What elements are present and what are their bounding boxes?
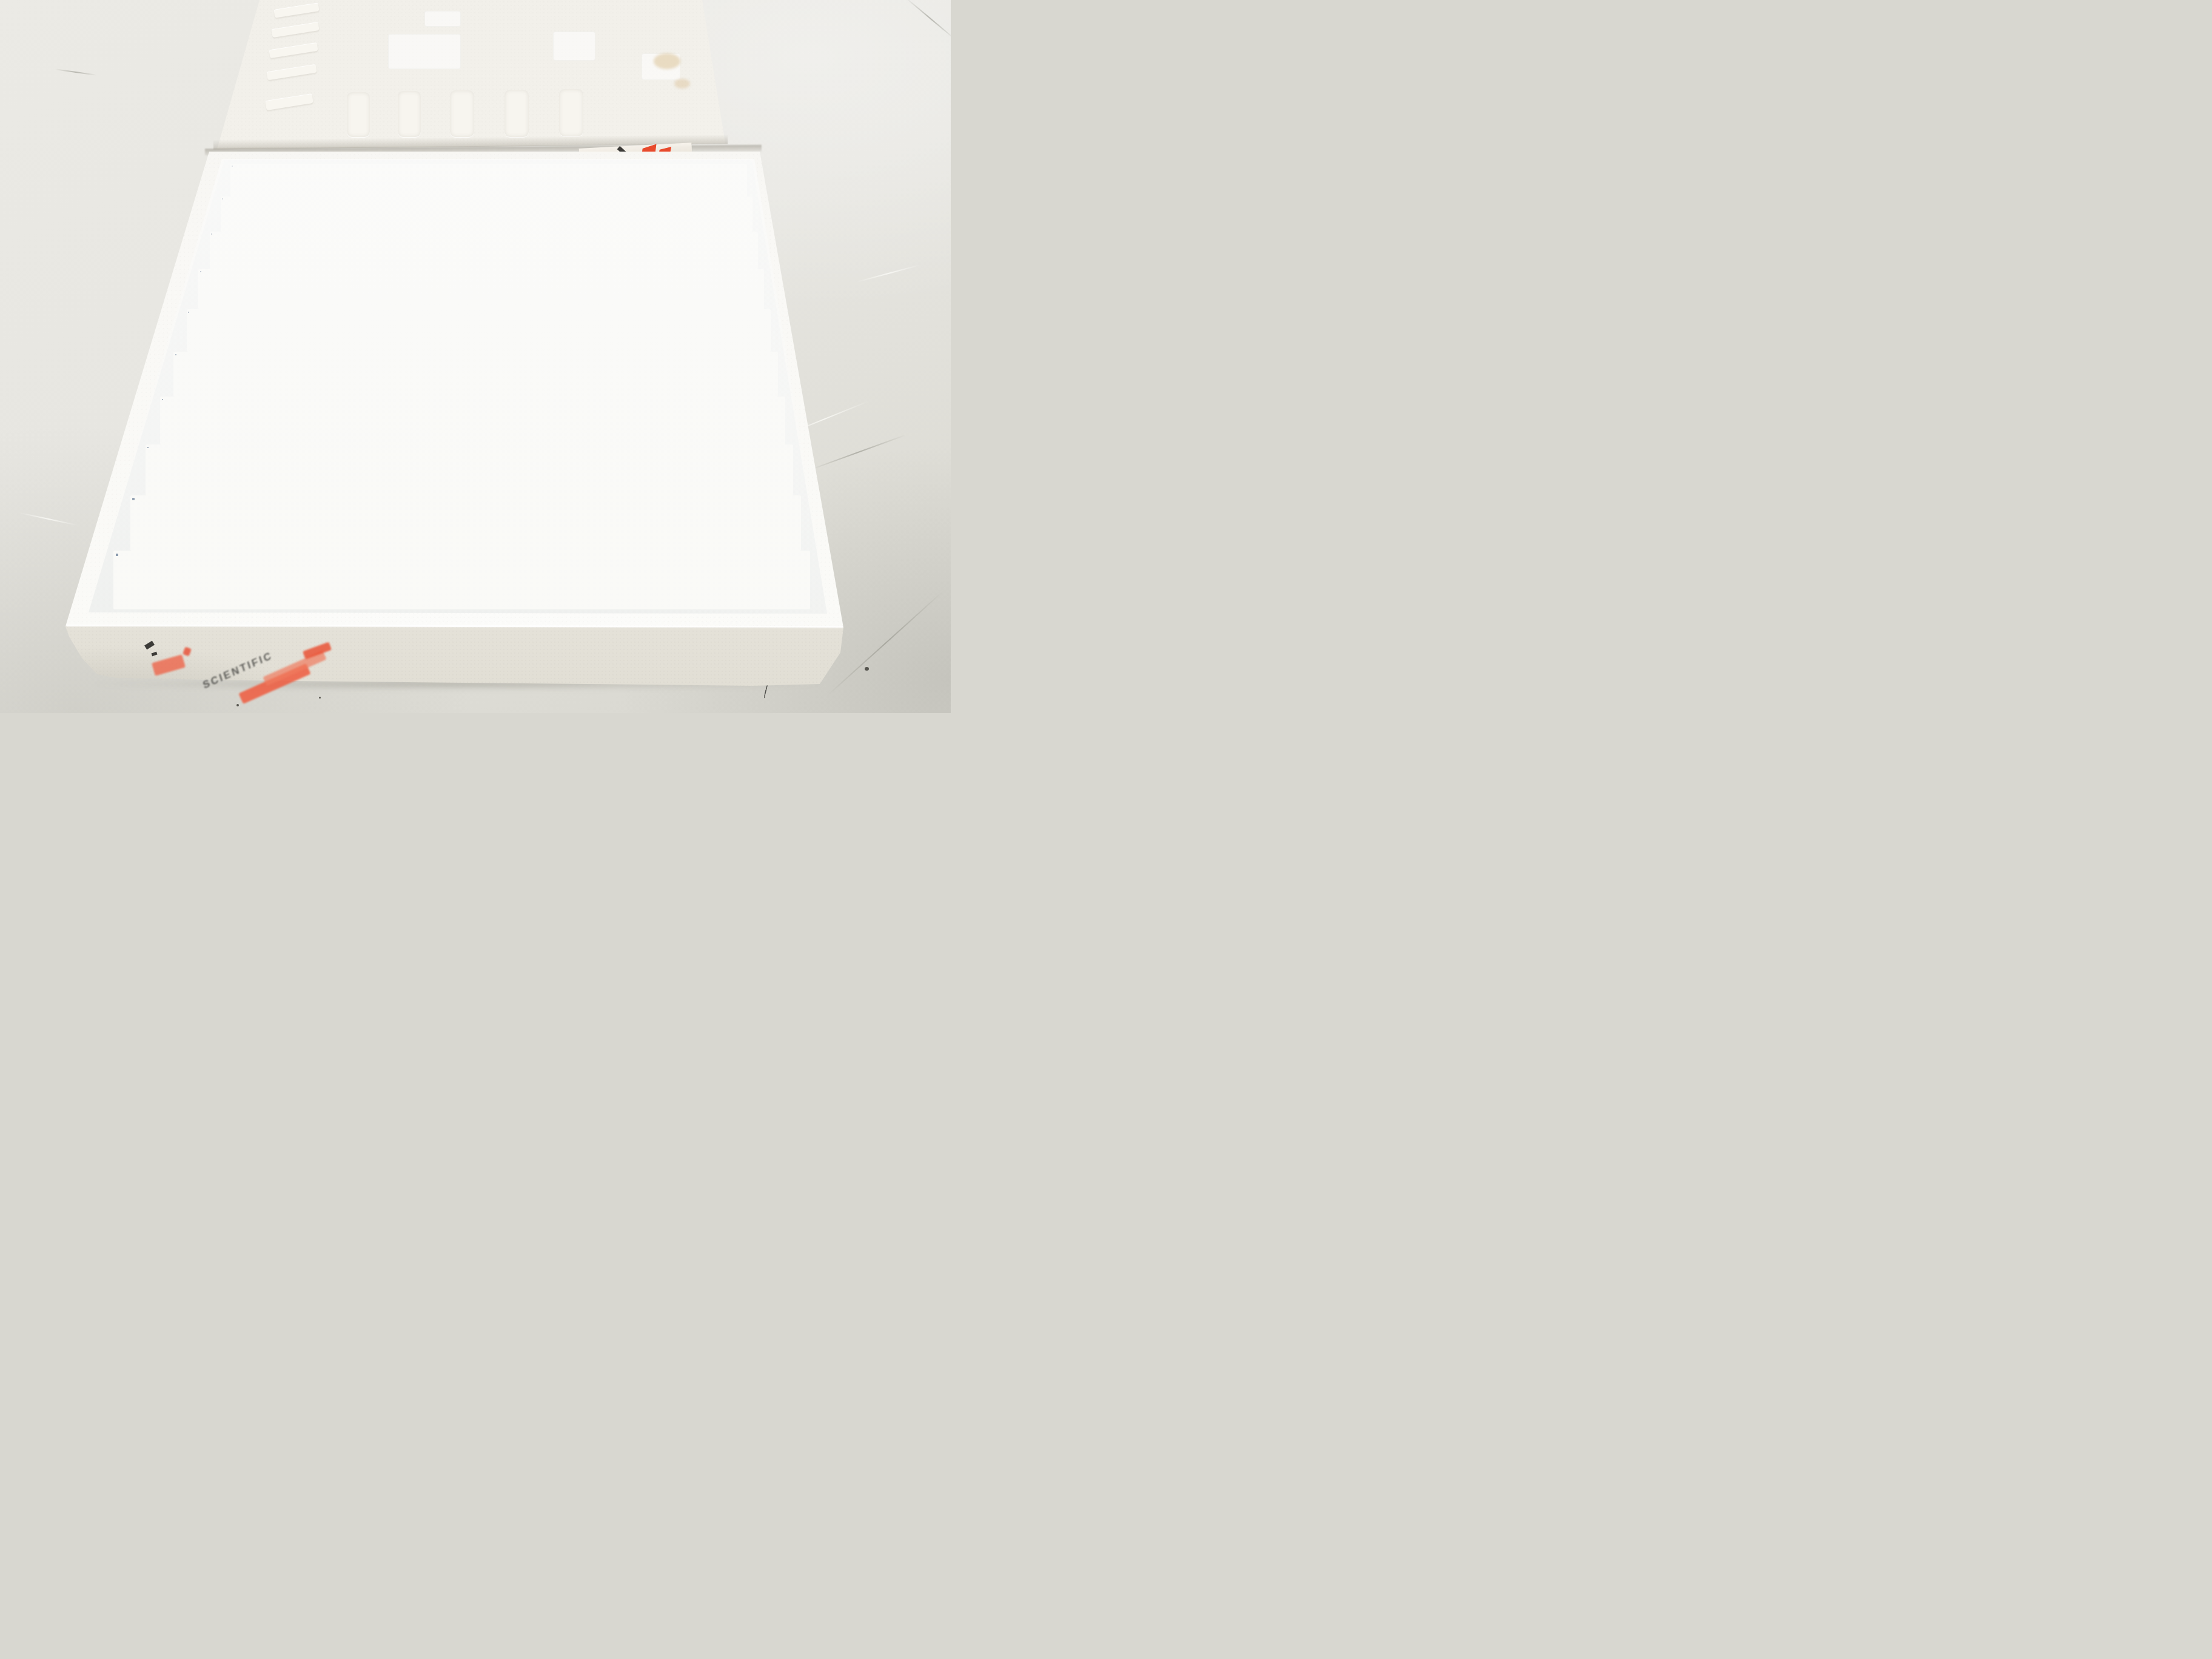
grid-row <box>230 164 747 196</box>
grid-row <box>146 444 793 495</box>
lid-stain <box>654 53 680 69</box>
lid-emboss <box>424 11 461 27</box>
grid-cell-empty <box>188 312 189 313</box>
grid-cell-empty <box>200 271 201 272</box>
grid-cell-empty <box>116 554 118 556</box>
lid-emboss <box>553 32 595 61</box>
lid-slot <box>559 89 583 136</box>
lid-stain <box>674 79 690 89</box>
grid-row <box>187 309 771 352</box>
grid-cell-empty <box>162 399 163 400</box>
grid-cell-empty <box>175 354 176 355</box>
grid-cell-empty <box>147 447 149 448</box>
lid-slot <box>450 90 474 137</box>
table-speck <box>236 704 239 706</box>
table-speck <box>865 667 869 671</box>
grid-row <box>210 232 758 269</box>
grid-cell-empty <box>211 233 212 235</box>
lid-emboss <box>388 34 461 69</box>
grid-row <box>221 196 752 232</box>
lid-slot <box>504 90 529 137</box>
grid-row <box>173 352 777 397</box>
grid-cell-empty <box>222 198 223 199</box>
lid-slot <box>398 91 421 137</box>
grid-row <box>113 551 810 609</box>
grid-cell-empty <box>232 166 233 167</box>
grid-row <box>160 397 785 444</box>
photo-scene: SCIENTIFIC <box>0 0 951 713</box>
grid-row <box>130 495 802 551</box>
grid-row <box>198 269 764 309</box>
grid-cell-empty <box>132 498 135 500</box>
lid-slot <box>347 92 370 137</box>
table-speck <box>319 697 321 699</box>
